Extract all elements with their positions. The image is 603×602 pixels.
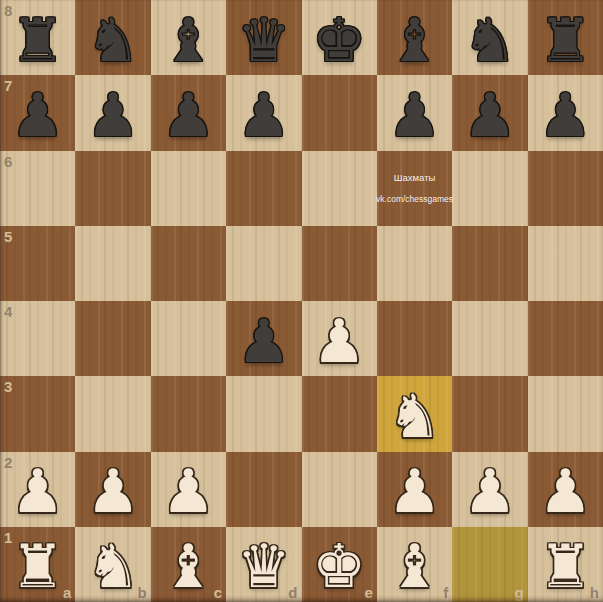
rank-label-4: 4 [4, 303, 12, 320]
white-rook[interactable]: ♜ [11, 536, 65, 596]
square-e4[interactable]: ♟ [302, 301, 377, 376]
square-a4[interactable]: 4 [0, 301, 75, 376]
watermark-url: vk.com/chessgames [376, 194, 453, 204]
square-h8[interactable]: ♜ [528, 0, 603, 75]
square-d7[interactable]: ♟ [226, 75, 301, 150]
black-king[interactable]: ♚ [312, 10, 366, 70]
black-pawn[interactable]: ♟ [86, 85, 140, 145]
white-pawn[interactable]: ♟ [11, 461, 65, 521]
square-e3[interactable] [302, 376, 377, 451]
white-pawn[interactable]: ♟ [162, 461, 216, 521]
square-d3[interactable] [226, 376, 301, 451]
square-b8[interactable]: ♞ [75, 0, 150, 75]
black-pawn[interactable]: ♟ [237, 311, 291, 371]
square-d4[interactable]: ♟ [226, 301, 301, 376]
square-e8[interactable]: ♚ [302, 0, 377, 75]
rank-label-6: 6 [4, 153, 12, 170]
square-e7[interactable] [302, 75, 377, 150]
square-a8[interactable]: 8♜ [0, 0, 75, 75]
square-a1[interactable]: 1a♜ [0, 527, 75, 602]
square-h3[interactable] [528, 376, 603, 451]
square-a5[interactable]: 5 [0, 226, 75, 301]
white-pawn[interactable]: ♟ [538, 461, 592, 521]
square-c2[interactable]: ♟ [151, 452, 226, 527]
square-f4[interactable] [377, 301, 452, 376]
white-pawn[interactable]: ♟ [86, 461, 140, 521]
square-c6[interactable] [151, 151, 226, 226]
white-bishop[interactable]: ♝ [162, 536, 216, 596]
black-pawn[interactable]: ♟ [11, 85, 65, 145]
square-f5[interactable] [377, 226, 452, 301]
black-pawn[interactable]: ♟ [388, 85, 442, 145]
square-g8[interactable]: ♞ [452, 0, 527, 75]
file-label-f: f [443, 584, 448, 601]
square-f8[interactable]: ♝ [377, 0, 452, 75]
square-g6[interactable] [452, 151, 527, 226]
black-bishop[interactable]: ♝ [388, 10, 442, 70]
square-b2[interactable]: ♟ [75, 452, 150, 527]
chess-board: 8♜♞♝♛♚♝♞♜7♟♟♟♟♟♟♟6Шахматыvk.com/chessgam… [0, 0, 603, 602]
square-h2[interactable]: ♟ [528, 452, 603, 527]
black-knight[interactable]: ♞ [86, 10, 140, 70]
white-queen[interactable]: ♛ [237, 536, 291, 596]
black-bishop[interactable]: ♝ [162, 10, 216, 70]
square-f2[interactable]: ♟ [377, 452, 452, 527]
file-label-g: g [514, 584, 523, 601]
white-knight[interactable]: ♞ [388, 386, 442, 446]
square-h4[interactable] [528, 301, 603, 376]
watermark-title: Шахматы [394, 172, 436, 183]
rank-label-5: 5 [4, 228, 12, 245]
square-b4[interactable] [75, 301, 150, 376]
black-rook[interactable]: ♜ [11, 10, 65, 70]
square-e1[interactable]: e♚ [302, 527, 377, 602]
square-d2[interactable] [226, 452, 301, 527]
white-pawn[interactable]: ♟ [388, 461, 442, 521]
square-f3[interactable]: ♞ [377, 376, 452, 451]
square-e6[interactable] [302, 151, 377, 226]
square-b7[interactable]: ♟ [75, 75, 150, 150]
square-h5[interactable] [528, 226, 603, 301]
square-h6[interactable] [528, 151, 603, 226]
square-g7[interactable]: ♟ [452, 75, 527, 150]
square-h1[interactable]: h♜ [528, 527, 603, 602]
square-g4[interactable] [452, 301, 527, 376]
square-c1[interactable]: c♝ [151, 527, 226, 602]
square-a2[interactable]: 2♟ [0, 452, 75, 527]
rank-label-3: 3 [4, 378, 12, 395]
square-c8[interactable]: ♝ [151, 0, 226, 75]
square-f6[interactable]: Шахматыvk.com/chessgames [377, 151, 452, 226]
square-b3[interactable] [75, 376, 150, 451]
square-d5[interactable] [226, 226, 301, 301]
square-g2[interactable]: ♟ [452, 452, 527, 527]
white-pawn[interactable]: ♟ [463, 461, 517, 521]
square-c3[interactable] [151, 376, 226, 451]
white-bishop[interactable]: ♝ [388, 536, 442, 596]
square-b6[interactable] [75, 151, 150, 226]
black-rook[interactable]: ♜ [538, 10, 592, 70]
square-f1[interactable]: f♝ [377, 527, 452, 602]
square-g1[interactable]: g [452, 527, 527, 602]
watermark: Шахматыvk.com/chessgames [377, 151, 452, 226]
square-g5[interactable] [452, 226, 527, 301]
square-c5[interactable] [151, 226, 226, 301]
white-rook[interactable]: ♜ [538, 536, 592, 596]
square-a3[interactable]: 3 [0, 376, 75, 451]
square-d1[interactable]: d♛ [226, 527, 301, 602]
square-c4[interactable] [151, 301, 226, 376]
square-e5[interactable] [302, 226, 377, 301]
square-a6[interactable]: 6 [0, 151, 75, 226]
square-b1[interactable]: b♞ [75, 527, 150, 602]
black-pawn[interactable]: ♟ [162, 85, 216, 145]
square-h7[interactable]: ♟ [528, 75, 603, 150]
white-knight[interactable]: ♞ [86, 536, 140, 596]
black-pawn[interactable]: ♟ [538, 85, 592, 145]
square-b5[interactable] [75, 226, 150, 301]
black-queen[interactable]: ♛ [237, 10, 291, 70]
white-pawn[interactable]: ♟ [312, 311, 366, 371]
black-knight[interactable]: ♞ [463, 10, 517, 70]
black-pawn[interactable]: ♟ [237, 85, 291, 145]
black-pawn[interactable]: ♟ [463, 85, 517, 145]
square-c7[interactable]: ♟ [151, 75, 226, 150]
square-d8[interactable]: ♛ [226, 0, 301, 75]
white-king[interactable]: ♚ [312, 536, 366, 596]
square-a7[interactable]: 7♟ [0, 75, 75, 150]
square-g3[interactable] [452, 376, 527, 451]
square-e2[interactable] [302, 452, 377, 527]
square-f7[interactable]: ♟ [377, 75, 452, 150]
square-d6[interactable] [226, 151, 301, 226]
